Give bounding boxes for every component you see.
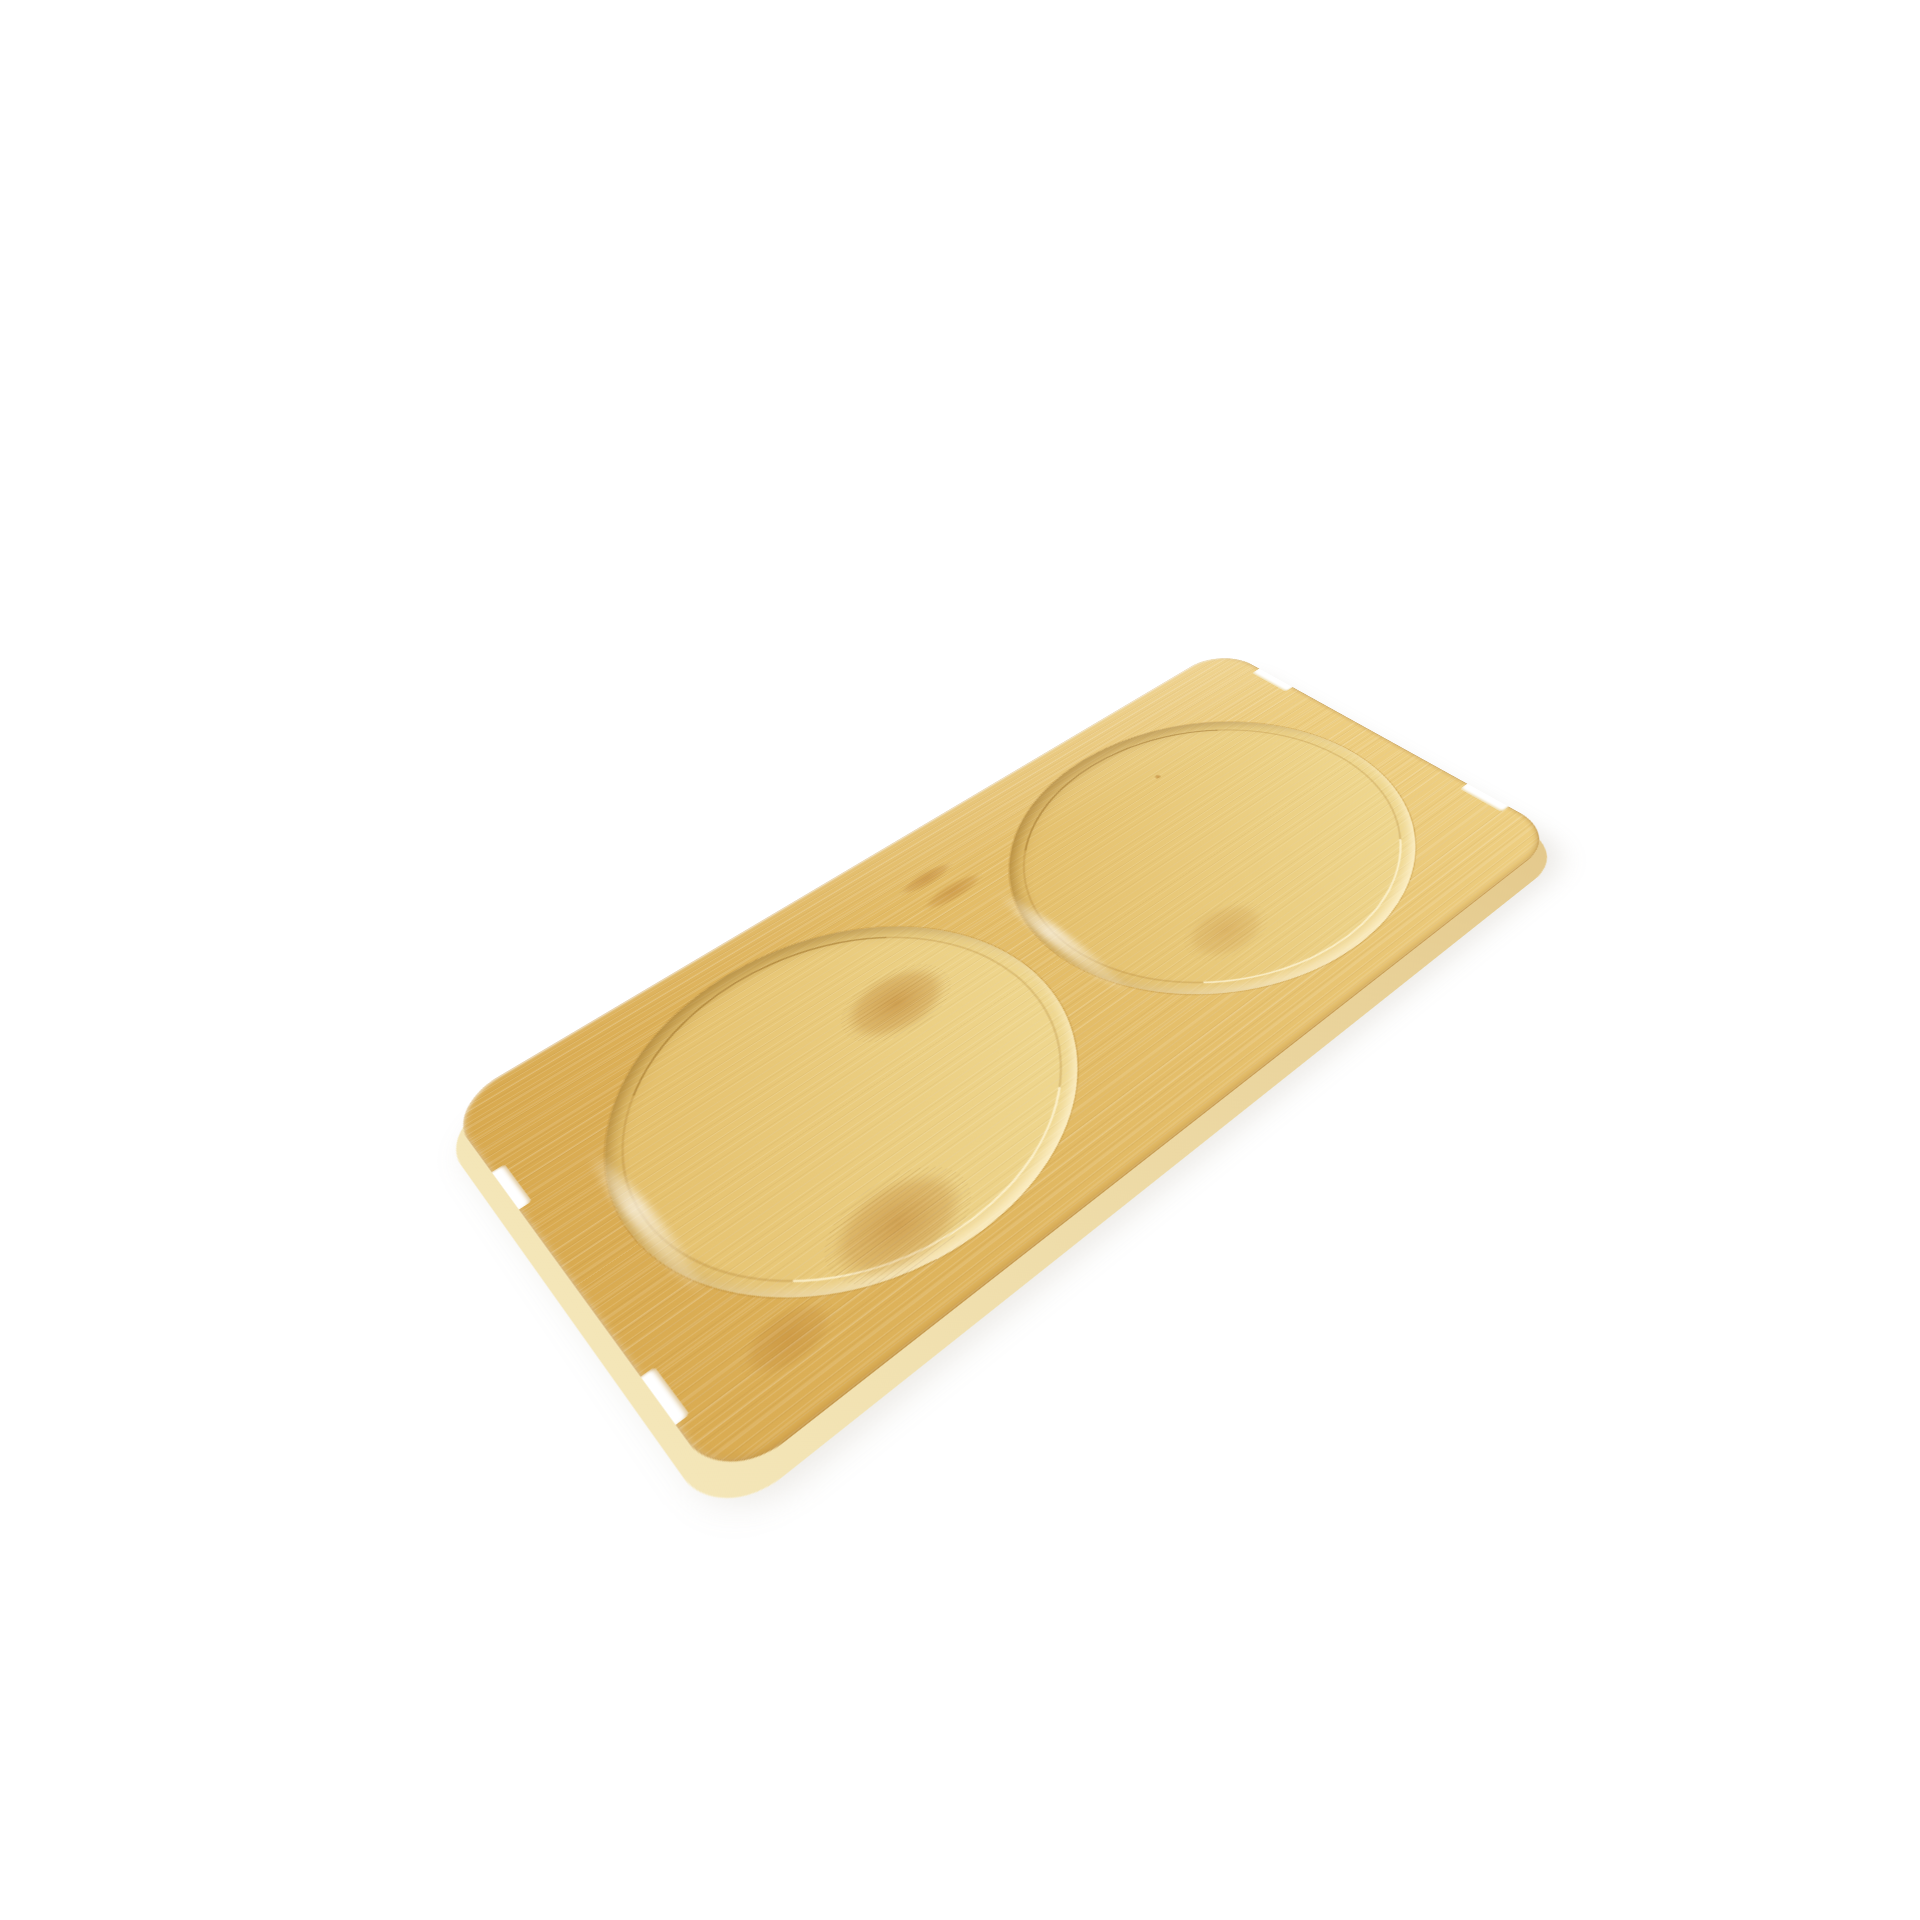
edge-notch bbox=[1252, 666, 1297, 691]
product-photo-canvas bbox=[0, 0, 1920, 1920]
bamboo-tray bbox=[445, 648, 1560, 1490]
edge-notch bbox=[1460, 781, 1513, 812]
